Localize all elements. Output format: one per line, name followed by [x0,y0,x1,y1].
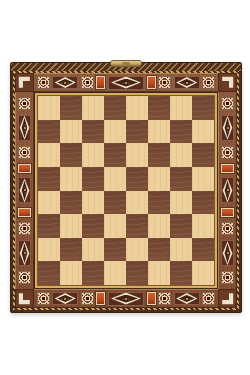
inlay-diamond-eye-motif [221,115,234,141]
square-a3[interactable] [38,214,60,238]
square-h1[interactable] [192,261,214,285]
diamond-white-layer [53,293,77,304]
diamond-inner-layer [177,79,197,86]
square-d2[interactable] [104,238,126,262]
diamond-white-layer [109,77,143,89]
inlay-rosette-motif [18,146,31,159]
square-f2[interactable] [148,238,170,262]
diamond-inner-layer [21,243,28,263]
inlay-rosette-motif [18,222,31,235]
square-d4[interactable] [104,191,126,215]
inlay-rosette-motif [221,97,234,110]
inlay-red-rectangle-motif [96,76,105,89]
diamond-dot-ornament [64,82,66,84]
diamond-inner-layer [224,243,231,263]
square-f6[interactable] [148,143,170,167]
inlay-rosette-motif [37,292,50,305]
diamond-white-layer [175,77,199,88]
square-c1[interactable] [82,261,104,285]
diamond-dot-ornament [227,189,229,191]
inlay-red-rectangle-motif [221,208,234,217]
inlay-rosette-motif [81,76,94,89]
square-e4[interactable] [126,191,148,215]
mosaic-border-band [15,73,237,308]
square-f8[interactable] [148,96,170,120]
square-b5[interactable] [60,167,82,191]
square-g1[interactable] [170,261,192,285]
square-a4[interactable] [38,191,60,215]
inlay-rosette-motif [81,292,94,305]
inlay-red-rectangle-motif [147,76,156,89]
diamond-inner-layer [177,295,197,302]
square-f1[interactable] [148,261,170,285]
square-g7[interactable] [170,120,192,144]
squares-grid [37,95,215,286]
diamond-white-layer [53,77,77,88]
square-e2[interactable] [126,238,148,262]
square-b6[interactable] [60,143,82,167]
mosaic-strip-bottom [34,289,218,308]
diamond-inner-layer [111,79,141,87]
diamond-white-layer [109,293,143,305]
square-a8[interactable] [38,96,60,120]
square-d1[interactable] [104,261,126,285]
square-d7[interactable] [104,120,126,144]
square-h6[interactable] [192,143,214,167]
square-b7[interactable] [60,120,82,144]
inlay-diamond-eye-motif [52,76,78,89]
diamond-dot-ornament [24,127,26,129]
diamond-dot-ornament [24,252,26,254]
inlay-rosette-motif [221,146,234,159]
square-c4[interactable] [82,191,104,215]
diamond-dot-ornament [125,82,127,84]
square-h2[interactable] [192,238,214,262]
square-d8[interactable] [104,96,126,120]
diamond-inner-layer [55,79,75,86]
square-f4[interactable] [148,191,170,215]
square-g8[interactable] [170,96,192,120]
inlay-rosette-motif [18,271,31,284]
photo-background [0,0,250,375]
diamond-white-layer [19,241,30,265]
square-e8[interactable] [126,96,148,120]
square-b4[interactable] [60,191,82,215]
square-c8[interactable] [82,96,104,120]
diamond-inner-layer [224,180,231,200]
square-b2[interactable] [60,238,82,262]
corner-chevron-top-left-icon [15,73,34,92]
square-e5[interactable] [126,167,148,191]
inlay-diamond-eye-motif [108,76,144,90]
inlay-diamond-eye-motif [174,76,200,89]
inlay-rosette-motif [18,97,31,110]
square-h7[interactable] [192,120,214,144]
square-c7[interactable] [82,120,104,144]
inlay-rosette-motif [158,76,171,89]
square-g6[interactable] [170,143,192,167]
square-h8[interactable] [192,96,214,120]
board-face [13,71,239,310]
mosaic-strip-left [15,92,34,289]
square-h5[interactable] [192,167,214,191]
square-e3[interactable] [126,214,148,238]
square-h3[interactable] [192,214,214,238]
square-a7[interactable] [38,120,60,144]
diamond-inner-layer [21,180,28,200]
mosaic-strip-top [34,73,218,92]
inlay-rosette-motif [158,292,171,305]
diamond-white-layer [222,116,233,140]
inlay-diamond-eye-motif [174,292,200,305]
inlay-diamond-eye-motif [221,240,234,266]
diamond-white-layer [19,116,30,140]
diamond-white-layer [19,178,30,202]
diamond-white-layer [222,241,233,265]
diamond-dot-ornament [227,127,229,129]
diamond-dot-ornament [24,189,26,191]
inlay-red-rectangle-motif [96,292,105,305]
inlay-red-rectangle-motif [221,164,234,173]
square-c5[interactable] [82,167,104,191]
inlay-diamond-eye-motif [52,292,78,305]
square-e1[interactable] [126,261,148,285]
square-a6[interactable] [38,143,60,167]
inlay-red-rectangle-motif [18,164,31,173]
inlay-diamond-eye-motif [18,177,31,203]
inlay-rosette-motif [37,76,50,89]
diamond-white-layer [175,293,199,304]
diamond-white-layer [222,178,233,202]
square-f3[interactable] [148,214,170,238]
square-d6[interactable] [104,143,126,167]
inlay-diamond-eye-motif [221,177,234,203]
square-f5[interactable] [148,167,170,191]
inlay-rosette-motif [221,222,234,235]
square-g4[interactable] [170,191,192,215]
diamond-inner-layer [55,295,75,302]
square-a2[interactable] [38,238,60,262]
square-c2[interactable] [82,238,104,262]
diamond-dot-ornament [125,298,127,300]
corner-chevron-bottom-left-icon [15,289,34,308]
square-b1[interactable] [60,261,82,285]
inlay-rosette-motif [221,271,234,284]
square-e6[interactable] [126,143,148,167]
square-h4[interactable] [192,191,214,215]
square-g5[interactable] [170,167,192,191]
diamond-inner-layer [21,118,28,138]
playing-field-frame [34,92,218,289]
diamond-dot-ornament [186,298,188,300]
inlay-diamond-eye-motif [108,292,144,306]
chess-board [10,62,242,313]
inlay-diamond-eye-motif [18,115,31,141]
brass-clasp-icon [110,60,142,67]
square-c3[interactable] [82,214,104,238]
corner-chevron-top-right-icon [218,73,237,92]
inlay-rosette-motif [202,76,215,89]
square-b3[interactable] [60,214,82,238]
mosaic-strip-right [218,92,237,289]
square-d5[interactable] [104,167,126,191]
diamond-dot-ornament [227,252,229,254]
square-b8[interactable] [60,96,82,120]
diamond-dot-ornament [186,82,188,84]
square-d3[interactable] [104,214,126,238]
diamond-inner-layer [224,118,231,138]
square-c6[interactable] [82,143,104,167]
square-f7[interactable] [148,120,170,144]
inlay-diamond-eye-motif [18,240,31,266]
inlay-rosette-motif [202,292,215,305]
square-e7[interactable] [126,120,148,144]
inlay-red-rectangle-motif [147,292,156,305]
diamond-dot-ornament [64,298,66,300]
square-g2[interactable] [170,238,192,262]
square-g3[interactable] [170,214,192,238]
square-a5[interactable] [38,167,60,191]
square-a1[interactable] [38,261,60,285]
diamond-inner-layer [111,295,141,303]
corner-chevron-bottom-right-icon [218,289,237,308]
inlay-red-rectangle-motif [18,208,31,217]
